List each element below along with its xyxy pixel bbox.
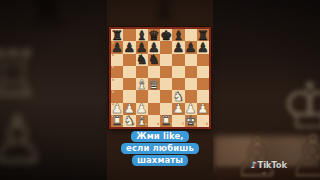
square-e6 — [160, 54, 172, 66]
square-a5: 5 — [111, 66, 123, 78]
caption-line-3: шахматы — [132, 155, 188, 166]
rank-coordinate-label: 4 — [112, 79, 114, 82]
square-e1: e♜ — [160, 115, 172, 127]
white-rook: ♜ — [111, 114, 123, 127]
black-knight: ♞ — [136, 53, 148, 66]
caption-line-1: Жми like, — [131, 131, 188, 142]
square-e4 — [160, 78, 172, 90]
square-h6 — [197, 54, 209, 66]
square-f1: f — [172, 115, 184, 127]
square-a1: 1a♜ — [111, 115, 123, 127]
square-h1: h — [197, 115, 209, 127]
square-e3 — [160, 90, 172, 102]
white-pawn: ♟ — [173, 102, 185, 115]
square-a6: 6 — [111, 54, 123, 66]
tiktok-logo-text: TikTok — [258, 160, 287, 170]
username-text: @······· — [246, 171, 292, 175]
square-e7 — [160, 41, 172, 53]
square-b4 — [123, 78, 135, 90]
white-rook: ♜ — [160, 114, 172, 127]
square-b1: b♞ — [123, 115, 135, 127]
square-a7: 7♟ — [111, 41, 123, 53]
white-queen: ♛ — [148, 77, 160, 90]
square-h7: ♟ — [197, 41, 209, 53]
rank-coordinate-label: 3 — [112, 91, 114, 94]
square-c4: ♝ — [136, 78, 148, 90]
square-f5 — [172, 66, 184, 78]
square-b6 — [123, 54, 135, 66]
square-d6: ♞ — [148, 54, 160, 66]
square-d2 — [148, 103, 160, 115]
rank-coordinate-label: 5 — [112, 66, 114, 69]
square-g4 — [185, 78, 197, 90]
square-b5 — [123, 66, 135, 78]
tiktok-note-icon: ♪ — [251, 161, 257, 170]
chess-board-frame: 8♜♝♛♚♝♜7♟♟♟♟♟♟♟6♞♞54♝♛3♞2♟♟♟♟♟♟1a♜b♞c♝de… — [109, 27, 211, 129]
white-pawn: ♟ — [197, 102, 209, 115]
square-e5 — [160, 66, 172, 78]
square-g6 — [185, 54, 197, 66]
file-coordinate-label: h — [206, 123, 208, 126]
white-knight: ♞ — [124, 114, 136, 127]
white-bishop: ♝ — [136, 77, 148, 90]
square-c1: c♝ — [136, 115, 148, 127]
caption-line-2: если любишь — [121, 143, 199, 154]
chess-board: 8♜♝♛♚♝♜7♟♟♟♟♟♟♟6♞♞54♝♛3♞2♟♟♟♟♟♟1a♜b♞c♝de… — [111, 29, 209, 127]
file-coordinate-label: f — [182, 123, 183, 126]
square-d1: d — [148, 115, 160, 127]
square-g7: ♟ — [185, 41, 197, 53]
square-c6: ♞ — [136, 54, 148, 66]
square-a4: 4 — [111, 78, 123, 90]
video-caption: Жми like, если любишь шахматы — [107, 131, 213, 166]
square-b7: ♟ — [123, 41, 135, 53]
black-pawn: ♟ — [197, 40, 209, 53]
tiktok-video-screenshot: ♖ ♙ ♜ ♔ ♙ ♙ ♝ 8♜♝♛♚♝♜7♟♟♟♟♟♟♟6♞♞54♝♛3♞2♟… — [0, 0, 320, 180]
white-bishop: ♝ — [136, 114, 148, 127]
square-g1: g♚ — [185, 115, 197, 127]
square-d4: ♛ — [148, 78, 160, 90]
rank-coordinate-label: 6 — [112, 54, 114, 57]
file-coordinate-label: d — [157, 123, 159, 126]
black-pawn: ♟ — [173, 40, 185, 53]
blurred-background-left — [0, 0, 107, 180]
tiktok-watermark: ♪ TikTok — [251, 160, 287, 170]
square-d3 — [148, 90, 160, 102]
square-f2: ♟ — [172, 103, 184, 115]
square-g5 — [185, 66, 197, 78]
square-h5 — [197, 66, 209, 78]
video-area[interactable]: 8♜♝♛♚♝♜7♟♟♟♟♟♟♟6♞♞54♝♛3♞2♟♟♟♟♟♟1a♜b♞c♝de… — [107, 0, 213, 180]
white-king: ♚ — [185, 114, 197, 127]
square-h4 — [197, 78, 209, 90]
square-h2: ♟ — [197, 103, 209, 115]
black-knight: ♞ — [148, 53, 160, 66]
square-f6 — [172, 54, 184, 66]
black-pawn: ♟ — [124, 40, 136, 53]
black-pawn: ♟ — [111, 40, 123, 53]
square-f7: ♟ — [172, 41, 184, 53]
black-king: ♚ — [160, 28, 172, 41]
square-e8: ♚ — [160, 29, 172, 41]
black-pawn: ♟ — [185, 40, 197, 53]
